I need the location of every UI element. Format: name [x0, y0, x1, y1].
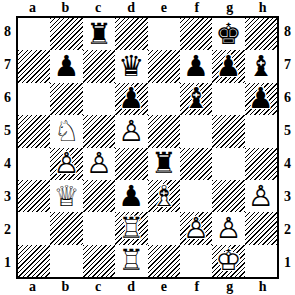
file-label-g-bottom: g — [213, 279, 246, 295]
square-f7[interactable]: ♟ — [180, 50, 212, 82]
square-f2[interactable]: ♟♙ — [180, 212, 212, 244]
white-pawn[interactable]: ♟♙ — [50, 148, 82, 180]
square-h3[interactable]: ♟♙ — [245, 180, 277, 212]
square-g5[interactable] — [212, 115, 244, 147]
square-b1[interactable] — [50, 245, 82, 277]
file-label-b-bottom: b — [49, 279, 82, 295]
square-b5[interactable]: ♞♘ — [50, 115, 82, 147]
square-a5[interactable] — [18, 115, 50, 147]
square-f1[interactable] — [180, 245, 212, 277]
square-f6[interactable]: ♝ — [180, 83, 212, 115]
piece-glyph: ♚ — [215, 20, 241, 49]
square-g7[interactable]: ♟ — [212, 50, 244, 82]
rank-label-1-right: 1 — [280, 246, 295, 279]
square-g6[interactable] — [212, 83, 244, 115]
file-label-g-top: g — [213, 0, 246, 15]
square-b8[interactable] — [50, 18, 82, 50]
square-h2[interactable] — [245, 212, 277, 244]
white-pawn[interactable]: ♟♙ — [245, 180, 277, 212]
rank-label-7-right: 7 — [280, 49, 295, 82]
square-g1[interactable]: ♚♔ — [212, 245, 244, 277]
square-h6[interactable]: ♟ — [245, 83, 277, 115]
square-e7[interactable] — [148, 50, 180, 82]
black-pawn[interactable]: ♟ — [180, 50, 212, 82]
black-rook[interactable]: ♜ — [148, 148, 180, 180]
square-e2[interactable] — [148, 212, 180, 244]
file-label-h-bottom: h — [246, 279, 279, 295]
square-b4[interactable]: ♟♙ — [50, 148, 82, 180]
black-pawn[interactable]: ♟ — [115, 83, 147, 115]
square-a1[interactable] — [18, 245, 50, 277]
square-d2[interactable]: ♜♖ — [115, 212, 147, 244]
white-bishop[interactable]: ♝♗ — [148, 180, 180, 212]
white-knight[interactable]: ♞♘ — [50, 115, 82, 147]
piece-glyph: ♜ — [151, 149, 177, 178]
piece-glyph: ♟ — [248, 84, 274, 113]
file-label-d-top: d — [115, 0, 148, 15]
black-pawn[interactable]: ♟ — [212, 50, 244, 82]
file-label-a-top: a — [16, 0, 49, 15]
square-c5[interactable] — [83, 115, 115, 147]
rank-label-6-left: 6 — [0, 82, 15, 115]
black-bishop[interactable]: ♝ — [245, 50, 277, 82]
square-e5[interactable] — [148, 115, 180, 147]
square-b7[interactable]: ♟ — [50, 50, 82, 82]
piece-glyph: ♟ — [54, 52, 80, 81]
piece-glyph: ♝ — [183, 84, 209, 113]
rank-label-2-left: 2 — [0, 213, 15, 246]
rank-label-6-right: 6 — [280, 82, 295, 115]
file-label-b-top: b — [49, 0, 82, 15]
chess-board: ♜♚♟♛♟♟♝♟♝♟♞♘♟♙♟♙♟♙♜♛♕♟♝♗♟♙♜♖♟♙♟♙♜♖♚♔ — [16, 16, 279, 279]
file-label-h-top: h — [246, 0, 279, 15]
piece-glyph: ♘ — [54, 117, 80, 146]
square-b2[interactable] — [50, 212, 82, 244]
file-label-f-bottom: f — [180, 279, 213, 295]
white-pawn[interactable]: ♟♙ — [83, 148, 115, 180]
piece-glyph: ♗ — [151, 182, 177, 211]
piece-glyph: ♟ — [215, 52, 241, 81]
square-e4[interactable]: ♜ — [148, 148, 180, 180]
rank-labels-left: 87654321 — [0, 16, 15, 279]
square-d4[interactable] — [115, 148, 147, 180]
square-e6[interactable] — [148, 83, 180, 115]
square-g3[interactable] — [212, 180, 244, 212]
white-pawn[interactable]: ♟♙ — [212, 212, 244, 244]
file-label-f-top: f — [180, 0, 213, 15]
square-e3[interactable]: ♝♗ — [148, 180, 180, 212]
square-e1[interactable] — [148, 245, 180, 277]
square-c7[interactable] — [83, 50, 115, 82]
piece-glyph: ♙ — [183, 214, 209, 243]
square-a3[interactable] — [18, 180, 50, 212]
black-bishop[interactable]: ♝ — [180, 83, 212, 115]
square-d8[interactable] — [115, 18, 147, 50]
square-g2[interactable]: ♟♙ — [212, 212, 244, 244]
rank-label-4-right: 4 — [280, 148, 295, 181]
square-b3[interactable]: ♛♕ — [50, 180, 82, 212]
square-f4[interactable] — [180, 148, 212, 180]
rank-label-8-right: 8 — [280, 16, 295, 49]
chess-diagram: abcdefgh 87654321 ♜♚♟♛♟♟♝♟♝♟♞♘♟♙♟♙♟♙♜♛♕♟… — [0, 0, 295, 295]
file-label-e-bottom: e — [148, 279, 181, 295]
rank-label-2-right: 2 — [280, 213, 295, 246]
black-pawn[interactable]: ♟ — [50, 50, 82, 82]
white-queen[interactable]: ♛♕ — [50, 180, 82, 212]
rank-labels-right: 87654321 — [280, 16, 295, 279]
piece-glyph: ♛ — [118, 52, 144, 81]
rank-label-1-left: 1 — [0, 246, 15, 279]
square-a8[interactable] — [18, 18, 50, 50]
file-label-e-top: e — [148, 0, 181, 15]
rank-label-5-left: 5 — [0, 115, 15, 148]
square-d3[interactable]: ♟ — [115, 180, 147, 212]
square-a7[interactable] — [18, 50, 50, 82]
piece-glyph: ♔ — [215, 246, 241, 275]
square-h4[interactable] — [245, 148, 277, 180]
black-rook[interactable]: ♜ — [83, 18, 115, 50]
square-f8[interactable] — [180, 18, 212, 50]
file-label-c-bottom: c — [82, 279, 115, 295]
file-label-c-top: c — [82, 0, 115, 15]
white-king[interactable]: ♚♔ — [212, 245, 244, 277]
piece-glyph: ♕ — [54, 182, 80, 211]
black-king[interactable]: ♚ — [212, 18, 244, 50]
white-rook[interactable]: ♜♖ — [115, 245, 147, 277]
square-a2[interactable] — [18, 212, 50, 244]
piece-glyph: ♝ — [248, 52, 274, 81]
file-label-a-bottom: a — [16, 279, 49, 295]
square-e8[interactable] — [148, 18, 180, 50]
square-a4[interactable] — [18, 148, 50, 180]
rank-label-5-right: 5 — [280, 115, 295, 148]
piece-glyph: ♟ — [118, 182, 144, 211]
piece-glyph: ♟ — [118, 84, 144, 113]
square-c8[interactable]: ♜ — [83, 18, 115, 50]
black-pawn[interactable]: ♟ — [115, 180, 147, 212]
piece-glyph: ♟ — [183, 52, 209, 81]
square-c6[interactable] — [83, 83, 115, 115]
piece-glyph: ♙ — [86, 149, 112, 178]
piece-glyph: ♙ — [215, 214, 241, 243]
piece-glyph: ♙ — [118, 117, 144, 146]
square-a6[interactable] — [18, 83, 50, 115]
file-labels-bottom: abcdefgh — [16, 279, 279, 295]
square-c2[interactable] — [83, 212, 115, 244]
rank-label-7-left: 7 — [0, 49, 15, 82]
file-labels-top: abcdefgh — [16, 0, 279, 15]
piece-glyph: ♜ — [86, 20, 112, 49]
square-f3[interactable] — [180, 180, 212, 212]
square-g8[interactable]: ♚ — [212, 18, 244, 50]
square-c1[interactable] — [83, 245, 115, 277]
file-label-d-bottom: d — [115, 279, 148, 295]
white-pawn[interactable]: ♟♙ — [115, 115, 147, 147]
square-d1[interactable]: ♜♖ — [115, 245, 147, 277]
square-b6[interactable] — [50, 83, 82, 115]
black-queen[interactable]: ♛ — [115, 50, 147, 82]
rank-label-3-left: 3 — [0, 180, 15, 213]
square-g4[interactable] — [212, 148, 244, 180]
square-d7[interactable]: ♛ — [115, 50, 147, 82]
piece-glyph: ♖ — [118, 214, 144, 243]
rank-label-8-left: 8 — [0, 16, 15, 49]
square-d5[interactable]: ♟♙ — [115, 115, 147, 147]
square-h5[interactable] — [245, 115, 277, 147]
square-c3[interactable] — [83, 180, 115, 212]
piece-glyph: ♖ — [118, 246, 144, 275]
white-rook[interactable]: ♜♖ — [115, 212, 147, 244]
rank-label-3-right: 3 — [280, 180, 295, 213]
square-h7[interactable]: ♝ — [245, 50, 277, 82]
white-pawn[interactable]: ♟♙ — [180, 212, 212, 244]
square-c4[interactable]: ♟♙ — [83, 148, 115, 180]
piece-glyph: ♙ — [54, 149, 80, 178]
square-d6[interactable]: ♟ — [115, 83, 147, 115]
black-pawn[interactable]: ♟ — [245, 83, 277, 115]
piece-glyph: ♙ — [248, 182, 274, 211]
square-h8[interactable] — [245, 18, 277, 50]
square-f5[interactable] — [180, 115, 212, 147]
rank-label-4-left: 4 — [0, 148, 15, 181]
square-h1[interactable] — [245, 245, 277, 277]
